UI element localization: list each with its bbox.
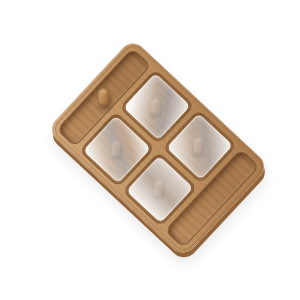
wooden-tray bbox=[46, 38, 269, 258]
product-photo bbox=[0, 0, 300, 300]
tray-rotation-wrap bbox=[46, 38, 269, 258]
loose-peg bbox=[98, 88, 109, 105]
compartment-grid bbox=[56, 48, 260, 249]
